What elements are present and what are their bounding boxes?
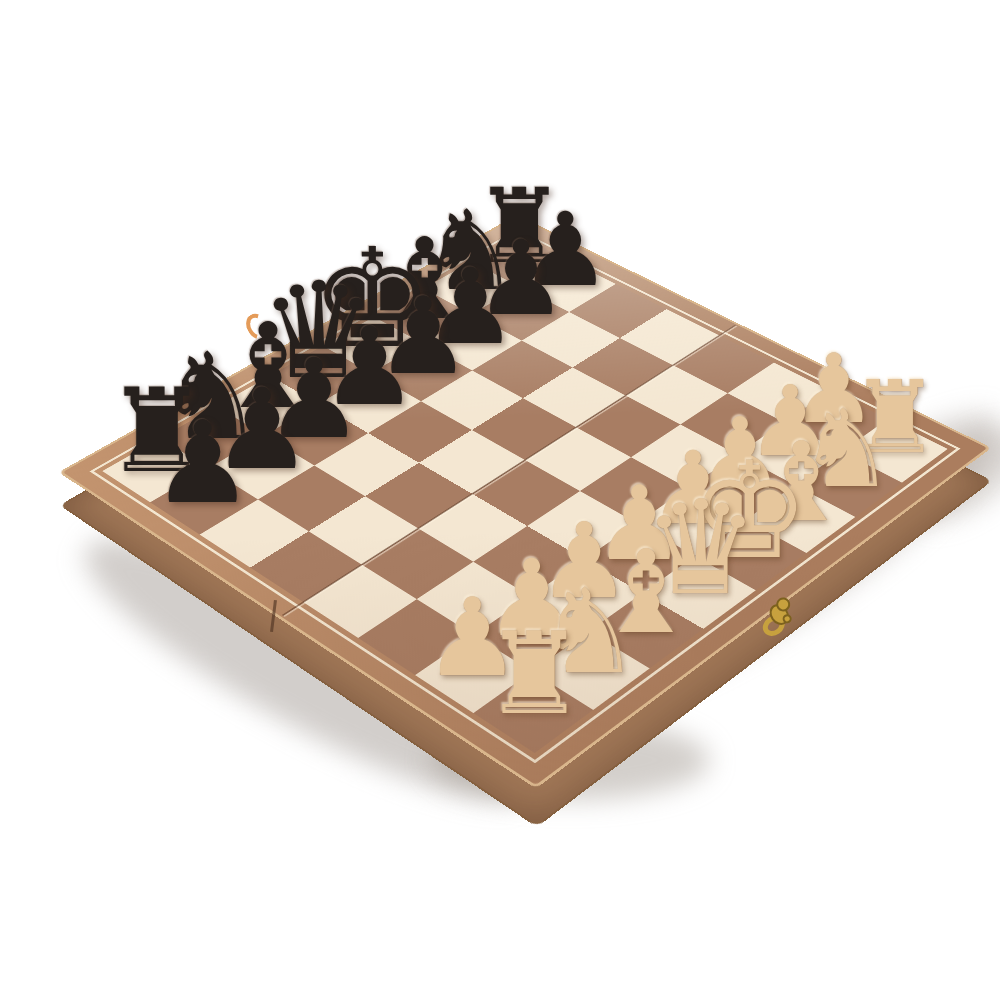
board-face (58, 215, 991, 789)
chess-board-grid (102, 235, 947, 753)
product-photo: ♜♟♞♟♝♟♚♟♛♟♝♟♟♞♜♟♟♜♞♟♟♝♟♚♟♛♟♝♟♞♟♜ (0, 0, 1000, 1000)
chess-box (186, 121, 863, 798)
